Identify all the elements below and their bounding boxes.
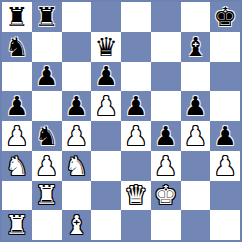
black-pawn[interactable]: ♟ [35, 63, 58, 89]
white-pawn[interactable]: ♟ [35, 153, 58, 179]
square-d4[interactable] [91, 121, 121, 151]
square-c1[interactable]: ♝ [62, 210, 92, 240]
square-g5[interactable]: ♟ [181, 91, 211, 121]
black-pawn[interactable]: ♟ [213, 123, 236, 149]
chess-board: ♜♜♚♞♛♝♟♟♟♟♟♟♟♟♞♟♟♟♟♟♞♟♞♟♟♜♛♚♜♝ [0, 0, 242, 242]
black-rook[interactable]: ♜ [5, 4, 28, 30]
square-a6[interactable] [2, 62, 32, 92]
white-knight[interactable]: ♞ [65, 153, 88, 179]
square-a8[interactable]: ♜ [2, 2, 32, 32]
square-h8[interactable]: ♚ [210, 2, 240, 32]
square-g3[interactable] [181, 151, 211, 181]
square-g1[interactable] [181, 210, 211, 240]
black-pawn[interactable]: ♟ [94, 63, 117, 89]
square-b4[interactable]: ♞ [32, 121, 62, 151]
square-d3[interactable] [91, 151, 121, 181]
square-a5[interactable]: ♟ [2, 91, 32, 121]
square-d8[interactable] [91, 2, 121, 32]
square-b7[interactable] [32, 32, 62, 62]
black-queen[interactable]: ♛ [94, 34, 117, 60]
white-king[interactable]: ♚ [154, 182, 177, 208]
square-g8[interactable] [181, 2, 211, 32]
square-c4[interactable]: ♟ [62, 121, 92, 151]
white-rook[interactable]: ♜ [35, 182, 58, 208]
square-f1[interactable] [151, 210, 181, 240]
white-pawn[interactable]: ♟ [184, 123, 207, 149]
square-a7[interactable]: ♞ [2, 32, 32, 62]
black-knight[interactable]: ♞ [5, 34, 28, 60]
square-c8[interactable] [62, 2, 92, 32]
black-bishop[interactable]: ♝ [184, 34, 207, 60]
square-f2[interactable]: ♚ [151, 181, 181, 211]
square-g2[interactable] [181, 181, 211, 211]
square-b2[interactable]: ♜ [32, 181, 62, 211]
square-d7[interactable]: ♛ [91, 32, 121, 62]
square-f7[interactable] [151, 32, 181, 62]
white-pawn[interactable]: ♟ [154, 153, 177, 179]
square-e4[interactable]: ♟ [121, 121, 151, 151]
square-a1[interactable]: ♜ [2, 210, 32, 240]
square-b5[interactable] [32, 91, 62, 121]
white-pawn[interactable]: ♟ [65, 123, 88, 149]
white-pawn[interactable]: ♟ [213, 153, 236, 179]
square-f6[interactable] [151, 62, 181, 92]
square-e5[interactable]: ♟ [121, 91, 151, 121]
square-a3[interactable]: ♞ [2, 151, 32, 181]
square-f8[interactable] [151, 2, 181, 32]
white-bishop[interactable]: ♝ [65, 212, 88, 238]
white-knight[interactable]: ♞ [5, 153, 28, 179]
square-d1[interactable] [91, 210, 121, 240]
square-h6[interactable] [210, 62, 240, 92]
square-e6[interactable] [121, 62, 151, 92]
square-e7[interactable] [121, 32, 151, 62]
square-a2[interactable] [2, 181, 32, 211]
black-pawn[interactable]: ♟ [5, 93, 28, 119]
square-b3[interactable]: ♟ [32, 151, 62, 181]
square-e8[interactable] [121, 2, 151, 32]
square-g7[interactable]: ♝ [181, 32, 211, 62]
black-pawn[interactable]: ♟ [124, 93, 147, 119]
square-f5[interactable] [151, 91, 181, 121]
square-c6[interactable] [62, 62, 92, 92]
black-king[interactable]: ♚ [213, 4, 236, 30]
black-knight[interactable]: ♞ [35, 123, 58, 149]
white-rook[interactable]: ♜ [5, 212, 28, 238]
white-pawn[interactable]: ♟ [94, 93, 117, 119]
black-rook[interactable]: ♜ [35, 4, 58, 30]
square-e1[interactable] [121, 210, 151, 240]
square-d5[interactable]: ♟ [91, 91, 121, 121]
square-h1[interactable] [210, 210, 240, 240]
square-d2[interactable] [91, 181, 121, 211]
square-e2[interactable]: ♛ [121, 181, 151, 211]
black-pawn[interactable]: ♟ [154, 123, 177, 149]
white-pawn[interactable]: ♟ [124, 123, 147, 149]
square-h7[interactable] [210, 32, 240, 62]
square-c2[interactable] [62, 181, 92, 211]
square-c7[interactable] [62, 32, 92, 62]
square-h4[interactable]: ♟ [210, 121, 240, 151]
square-h5[interactable] [210, 91, 240, 121]
black-pawn[interactable]: ♟ [65, 93, 88, 119]
square-f4[interactable]: ♟ [151, 121, 181, 151]
square-g6[interactable] [181, 62, 211, 92]
square-c5[interactable]: ♟ [62, 91, 92, 121]
square-b1[interactable] [32, 210, 62, 240]
white-queen[interactable]: ♛ [124, 182, 147, 208]
square-d6[interactable]: ♟ [91, 62, 121, 92]
square-e3[interactable] [121, 151, 151, 181]
square-a4[interactable]: ♟ [2, 121, 32, 151]
square-b6[interactable]: ♟ [32, 62, 62, 92]
square-h3[interactable]: ♟ [210, 151, 240, 181]
square-b8[interactable]: ♜ [32, 2, 62, 32]
square-f3[interactable]: ♟ [151, 151, 181, 181]
square-c3[interactable]: ♞ [62, 151, 92, 181]
black-pawn[interactable]: ♟ [184, 93, 207, 119]
white-pawn[interactable]: ♟ [5, 123, 28, 149]
square-h2[interactable] [210, 181, 240, 211]
square-g4[interactable]: ♟ [181, 121, 211, 151]
